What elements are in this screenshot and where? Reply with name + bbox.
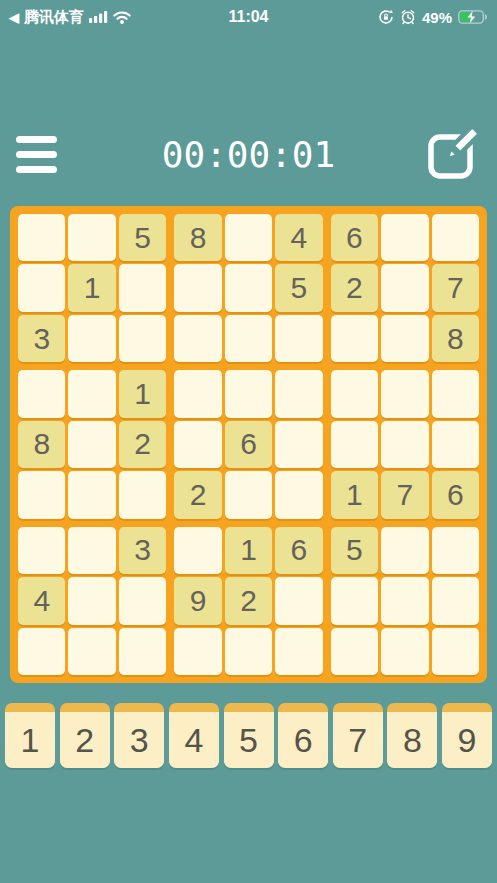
num-button-9[interactable]: 9: [442, 703, 492, 768]
cell-r5c9[interactable]: [432, 421, 479, 468]
cell-r2c6[interactable]: 5: [275, 264, 322, 311]
cell-r8c5[interactable]: 2: [225, 577, 272, 624]
cell-r8c6[interactable]: [275, 577, 322, 624]
cell-r7c2[interactable]: [68, 527, 115, 574]
cell-r8c8[interactable]: [381, 577, 428, 624]
num-button-6[interactable]: 6: [278, 703, 328, 768]
cell-r7c6[interactable]: 6: [275, 527, 322, 574]
cell-r6c7[interactable]: 1: [331, 471, 378, 518]
cell-r1c2[interactable]: [68, 214, 115, 261]
cell-r6c2[interactable]: [68, 471, 115, 518]
cell-r4c1[interactable]: [18, 370, 65, 417]
cell-r9c9[interactable]: [432, 628, 479, 675]
cell-r4c4[interactable]: [174, 370, 221, 417]
cell-r4c7[interactable]: [331, 370, 378, 417]
cell-r1c9[interactable]: [432, 214, 479, 261]
cell-r7c7[interactable]: 5: [331, 527, 378, 574]
num-button-2[interactable]: 2: [60, 703, 110, 768]
cell-r6c5[interactable]: [225, 471, 272, 518]
cell-r8c3[interactable]: [119, 577, 166, 624]
cell-r4c3[interactable]: 1: [119, 370, 166, 417]
cell-r1c4[interactable]: 8: [174, 214, 221, 261]
cell-r7c4[interactable]: [174, 527, 221, 574]
cell-r6c3[interactable]: [119, 471, 166, 518]
cell-r9c8[interactable]: [381, 628, 428, 675]
game-header: 00:00:01: [0, 122, 497, 186]
menu-button[interactable]: [16, 136, 57, 173]
cell-r7c3[interactable]: 3: [119, 527, 166, 574]
cell-r1c5[interactable]: [225, 214, 272, 261]
num-button-8[interactable]: 8: [387, 703, 437, 768]
box-6: 176: [331, 370, 479, 518]
pencil-compose-icon: [425, 126, 481, 182]
game-timer: 00:00:01: [0, 134, 497, 175]
cell-r2c2[interactable]: 1: [68, 264, 115, 311]
cell-r6c8[interactable]: 7: [381, 471, 428, 518]
cell-r4c2[interactable]: [68, 370, 115, 417]
num-button-4[interactable]: 4: [169, 703, 219, 768]
cell-r7c9[interactable]: [432, 527, 479, 574]
back-to-app[interactable]: ◀ 腾讯体育: [9, 8, 131, 27]
cell-r5c2[interactable]: [68, 421, 115, 468]
status-bar: ◀ 腾讯体育 11:04: [0, 0, 497, 34]
cell-r3c1[interactable]: 3: [18, 315, 65, 362]
cell-r8c9[interactable]: [432, 577, 479, 624]
number-pad: 1 2 3 4 5 6 7 8 9: [0, 703, 497, 768]
cell-r4c8[interactable]: [381, 370, 428, 417]
box-4: 182: [18, 370, 166, 518]
cell-r3c2[interactable]: [68, 315, 115, 362]
num-button-1[interactable]: 1: [5, 703, 55, 768]
cellular-signal-icon: [89, 11, 108, 23]
cell-r2c8[interactable]: [381, 264, 428, 311]
cell-r7c1[interactable]: [18, 527, 65, 574]
battery-percent: 49%: [422, 9, 452, 26]
cell-r3c8[interactable]: [381, 315, 428, 362]
cell-r8c2[interactable]: [68, 577, 115, 624]
back-arrow-icon: ◀: [9, 10, 19, 25]
carrier-label: 腾讯体育: [24, 8, 84, 27]
cell-r4c9[interactable]: [432, 370, 479, 417]
alarm-icon: [400, 9, 416, 25]
cell-r2c1[interactable]: [18, 264, 65, 311]
box-1: 513: [18, 214, 166, 362]
num-button-7[interactable]: 7: [333, 703, 383, 768]
cell-r2c4[interactable]: [174, 264, 221, 311]
cell-r9c7[interactable]: [331, 628, 378, 675]
cell-r1c7[interactable]: 6: [331, 214, 378, 261]
cell-r2c9[interactable]: 7: [432, 264, 479, 311]
sudoku-board: 513 845 6278 182 62 176 34 1692 5: [10, 206, 487, 683]
cell-r8c7[interactable]: [331, 577, 378, 624]
cell-r6c6[interactable]: [275, 471, 322, 518]
cell-r5c6[interactable]: [275, 421, 322, 468]
cell-r5c7[interactable]: [331, 421, 378, 468]
cell-r8c1[interactable]: 4: [18, 577, 65, 624]
box-9: 5: [331, 527, 479, 675]
cell-r3c6[interactable]: [275, 315, 322, 362]
cell-r9c4[interactable]: [174, 628, 221, 675]
battery-icon: [458, 10, 488, 24]
cell-r6c9[interactable]: 6: [432, 471, 479, 518]
cell-r6c1[interactable]: [18, 471, 65, 518]
cell-r3c5[interactable]: [225, 315, 272, 362]
cell-r2c5[interactable]: [225, 264, 272, 311]
cell-r9c6[interactable]: [275, 628, 322, 675]
box-3: 6278: [331, 214, 479, 362]
orientation-lock-icon: [378, 9, 394, 25]
cell-r1c6[interactable]: 4: [275, 214, 322, 261]
cell-r4c5[interactable]: [225, 370, 272, 417]
box-5: 62: [174, 370, 322, 518]
num-button-3[interactable]: 3: [114, 703, 164, 768]
cell-r2c3[interactable]: [119, 264, 166, 311]
cell-r5c3[interactable]: 2: [119, 421, 166, 468]
cell-r9c1[interactable]: [18, 628, 65, 675]
box-7: 34: [18, 527, 166, 675]
notes-edit-button[interactable]: [425, 126, 481, 182]
cell-r1c8[interactable]: [381, 214, 428, 261]
cell-r8c4[interactable]: 9: [174, 577, 221, 624]
cell-r7c8[interactable]: [381, 527, 428, 574]
box-8: 1692: [174, 527, 322, 675]
cell-r5c4[interactable]: [174, 421, 221, 468]
cell-r5c8[interactable]: [381, 421, 428, 468]
cell-r1c1[interactable]: [18, 214, 65, 261]
cell-r2c7[interactable]: 2: [331, 264, 378, 311]
box-2: 845: [174, 214, 322, 362]
cell-r3c4[interactable]: [174, 315, 221, 362]
cell-r3c9[interactable]: 8: [432, 315, 479, 362]
num-button-5[interactable]: 5: [224, 703, 274, 768]
cell-r5c5[interactable]: 6: [225, 421, 272, 468]
cell-r3c7[interactable]: [331, 315, 378, 362]
hamburger-icon: [16, 136, 57, 143]
cell-r9c3[interactable]: [119, 628, 166, 675]
cell-r9c5[interactable]: [225, 628, 272, 675]
cell-r9c2[interactable]: [68, 628, 115, 675]
cell-r5c1[interactable]: 8: [18, 421, 65, 468]
cell-r1c3[interactable]: 5: [119, 214, 166, 261]
cell-r3c3[interactable]: [119, 315, 166, 362]
wifi-icon: [113, 11, 131, 24]
cell-r4c6[interactable]: [275, 370, 322, 417]
cell-r6c4[interactable]: 2: [174, 471, 221, 518]
cell-r7c5[interactable]: 1: [225, 527, 272, 574]
